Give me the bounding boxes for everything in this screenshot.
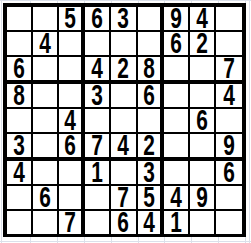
cell-r8c4[interactable] <box>85 186 111 211</box>
given-digit: 4 <box>39 32 51 55</box>
given-digit: 7 <box>223 57 235 80</box>
cell-r9c1[interactable] <box>7 211 33 234</box>
sudoku-board: 56394462642878364463674294136675497641 <box>3 3 246 237</box>
given-digit: 4 <box>92 57 104 80</box>
cell-r5c8[interactable]: 6 <box>190 109 216 134</box>
cell-r6c5[interactable]: 4 <box>111 134 137 161</box>
given-digit: 4 <box>118 134 130 157</box>
sheet-gridline-stub <box>111 237 112 243</box>
given-digit: 6 <box>196 109 208 132</box>
cell-r4c9[interactable]: 4 <box>216 84 242 109</box>
cell-r1c5[interactable]: 3 <box>111 7 137 32</box>
given-digit: 1 <box>170 211 182 234</box>
cell-r4c2[interactable] <box>33 84 59 109</box>
sheet-gridline-stub <box>245 237 246 243</box>
cell-r6c7[interactable] <box>164 134 190 161</box>
cell-r3c7[interactable] <box>164 57 190 84</box>
cell-r7c3[interactable] <box>59 161 85 186</box>
cell-r8c9[interactable] <box>216 186 242 211</box>
cell-r2c8[interactable]: 2 <box>190 32 216 57</box>
cell-r3c5[interactable]: 2 <box>111 57 137 84</box>
cell-r1c3[interactable]: 5 <box>59 7 85 32</box>
cell-r6c2[interactable] <box>33 134 59 161</box>
given-digit: 3 <box>118 7 130 30</box>
given-digit: 6 <box>39 186 51 209</box>
given-digit: 4 <box>13 161 25 184</box>
cell-r9c6[interactable]: 4 <box>138 211 164 234</box>
cell-r7c4[interactable]: 1 <box>85 161 111 186</box>
cell-r5c2[interactable] <box>33 109 59 134</box>
sheet-gridline-right <box>249 0 250 243</box>
cell-r9c5[interactable]: 6 <box>111 211 137 234</box>
cell-r7c9[interactable]: 6 <box>216 161 242 186</box>
given-digit: 6 <box>64 134 76 157</box>
cell-r4c6[interactable]: 6 <box>138 84 164 109</box>
cell-r1c4[interactable]: 6 <box>85 7 111 32</box>
given-digit: 2 <box>143 134 155 157</box>
given-digit: 2 <box>118 57 130 80</box>
given-digit: 4 <box>143 211 155 234</box>
given-digit: 6 <box>143 84 155 107</box>
cell-r9c2[interactable] <box>33 211 59 234</box>
given-digit: 8 <box>143 57 155 80</box>
sheet-gridline-bottom <box>0 241 251 242</box>
sheet-gridline-stub <box>138 237 139 243</box>
given-digit: 5 <box>64 7 76 30</box>
given-digit: 7 <box>92 134 104 157</box>
cell-r9c4[interactable] <box>85 211 111 234</box>
spreadsheet-canvas: 56394462642878364463674294136675497641 <box>0 0 251 243</box>
given-digit: 6 <box>13 57 25 80</box>
cell-r3c8[interactable] <box>190 57 216 84</box>
cell-r2c7[interactable]: 6 <box>164 32 190 57</box>
given-digit: 4 <box>223 84 235 107</box>
cell-r1c1[interactable] <box>7 7 33 32</box>
cell-r8c1[interactable] <box>7 186 33 211</box>
cell-r9c3[interactable]: 7 <box>59 211 85 234</box>
cell-r1c9[interactable] <box>216 7 242 32</box>
given-digit: 6 <box>92 7 104 30</box>
cell-r9c7[interactable]: 1 <box>164 211 190 234</box>
cell-r8c8[interactable]: 9 <box>190 186 216 211</box>
cell-r9c9[interactable] <box>216 211 242 234</box>
sheet-gridline-stub <box>57 237 58 243</box>
cell-r4c4[interactable]: 3 <box>85 84 111 109</box>
cell-r6c8[interactable] <box>190 134 216 161</box>
given-digit: 2 <box>196 32 208 55</box>
sheet-gridline-stub <box>164 237 165 243</box>
cell-r8c2[interactable]: 6 <box>33 186 59 211</box>
sheet-gridline-top <box>0 0 251 1</box>
given-digit: 1 <box>92 161 104 184</box>
cell-r4c5[interactable] <box>111 84 137 109</box>
cell-r4c7[interactable] <box>164 84 190 109</box>
given-digit: 7 <box>64 211 76 234</box>
cell-r2c3[interactable] <box>59 32 85 57</box>
given-digit: 8 <box>13 84 25 107</box>
given-digit: 9 <box>223 134 235 157</box>
cell-r1c6[interactable] <box>138 7 164 32</box>
cell-r3c2[interactable] <box>33 57 59 84</box>
sheet-gridline-stub <box>30 237 31 243</box>
cell-r7c1[interactable]: 4 <box>7 161 33 186</box>
sheet-gridline-stub <box>191 237 192 243</box>
given-digit: 6 <box>223 161 235 184</box>
sheet-gridline-stub <box>218 237 219 243</box>
given-digit: 6 <box>170 32 182 55</box>
given-digit: 3 <box>92 84 104 107</box>
cell-r9c8[interactable] <box>190 211 216 234</box>
given-digit: 3 <box>13 134 25 157</box>
sheet-gridline-stub <box>84 237 85 243</box>
cell-r2c2[interactable]: 4 <box>33 32 59 57</box>
given-digit: 9 <box>196 186 208 209</box>
cell-r4c1[interactable]: 8 <box>7 84 33 109</box>
cell-r6c3[interactable]: 6 <box>59 134 85 161</box>
sheet-gridline-left <box>1 0 2 243</box>
cell-r3c3[interactable] <box>59 57 85 84</box>
given-digit: 6 <box>118 211 130 234</box>
cell-r5c7[interactable] <box>164 109 190 134</box>
